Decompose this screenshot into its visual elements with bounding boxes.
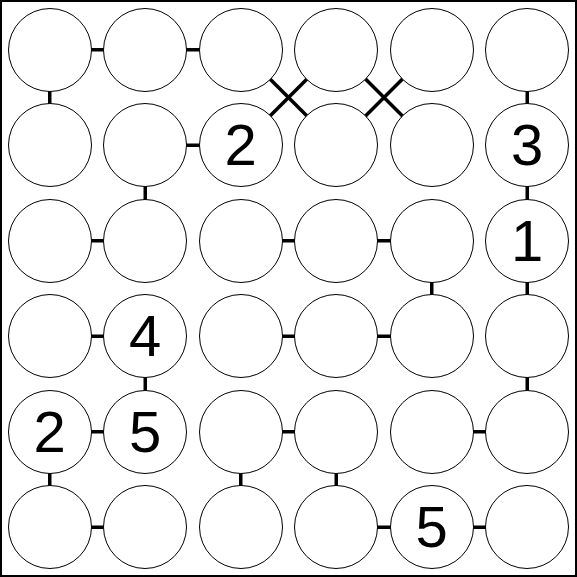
cell-circle <box>103 485 187 569</box>
cell-r2c3[interactable]: 2 <box>193 98 289 194</box>
cell-r4c4[interactable] <box>289 289 385 385</box>
cell-r5c4[interactable] <box>289 384 385 480</box>
given-digit: 3 <box>511 116 543 174</box>
cell-r1c4[interactable] <box>289 2 385 98</box>
cell-circle <box>294 294 378 378</box>
cell-r3c6[interactable]: 1 <box>480 193 576 289</box>
cell-r5c2[interactable]: 5 <box>98 384 194 480</box>
cell-circle <box>199 485 283 569</box>
cell-r3c2[interactable] <box>98 193 194 289</box>
cell-r4c5[interactable] <box>384 289 480 385</box>
cell-circle <box>294 390 378 474</box>
given-digit: 5 <box>129 403 161 461</box>
cell-r1c5[interactable] <box>384 2 480 98</box>
cell-circle <box>390 390 474 474</box>
cell-circle: 3 <box>485 103 569 187</box>
cell-circle <box>485 390 569 474</box>
cell-r4c3[interactable] <box>193 289 289 385</box>
cell-circle <box>294 485 378 569</box>
cell-circle: 2 <box>199 103 283 187</box>
cell-r4c2[interactable]: 4 <box>98 289 194 385</box>
cell-r2c6[interactable]: 3 <box>480 98 576 194</box>
given-digit: 1 <box>511 212 543 270</box>
cell-circle <box>199 199 283 283</box>
cell-circle <box>390 103 474 187</box>
cell-r1c1[interactable] <box>2 2 98 98</box>
cell-circle <box>390 199 474 283</box>
cell-circle: 5 <box>103 390 187 474</box>
cell-r2c4[interactable] <box>289 98 385 194</box>
cell-r6c3[interactable] <box>193 480 289 576</box>
cell-circle <box>103 103 187 187</box>
cell-circle <box>8 8 92 92</box>
cell-circle <box>390 8 474 92</box>
cell-r5c1[interactable]: 2 <box>2 384 98 480</box>
cell-circle <box>485 485 569 569</box>
given-digit: 2 <box>34 403 66 461</box>
cell-r3c4[interactable] <box>289 193 385 289</box>
cell-r5c3[interactable] <box>193 384 289 480</box>
cell-circle <box>103 199 187 283</box>
cell-circle <box>199 294 283 378</box>
cell-r6c6[interactable] <box>480 480 576 576</box>
cell-circle <box>294 8 378 92</box>
cell-r3c3[interactable] <box>193 193 289 289</box>
cell-r6c2[interactable] <box>98 480 194 576</box>
cell-r2c1[interactable] <box>2 98 98 194</box>
cell-r1c2[interactable] <box>98 2 194 98</box>
cell-circle: 1 <box>485 199 569 283</box>
cell-circle <box>294 103 378 187</box>
given-digit: 5 <box>416 498 448 556</box>
puzzle-grid: 2314255 <box>2 2 575 575</box>
cell-r4c6[interactable] <box>480 289 576 385</box>
cell-r2c5[interactable] <box>384 98 480 194</box>
cell-circle <box>8 294 92 378</box>
cell-circle <box>485 8 569 92</box>
given-digit: 4 <box>129 307 161 365</box>
cell-r4c1[interactable] <box>2 289 98 385</box>
cell-r5c6[interactable] <box>480 384 576 480</box>
cell-r5c5[interactable] <box>384 384 480 480</box>
cell-circle <box>485 294 569 378</box>
cell-circle: 5 <box>390 485 474 569</box>
cell-circle <box>199 8 283 92</box>
cell-circle: 2 <box>8 390 92 474</box>
given-digit: 2 <box>225 116 257 174</box>
strimko-board: 2314255 <box>0 0 577 577</box>
cell-circle: 4 <box>103 294 187 378</box>
cell-circle <box>294 199 378 283</box>
cell-r1c3[interactable] <box>193 2 289 98</box>
cell-r6c5[interactable]: 5 <box>384 480 480 576</box>
cell-r6c1[interactable] <box>2 480 98 576</box>
cell-circle <box>390 294 474 378</box>
cell-circle <box>8 103 92 187</box>
cell-circle <box>8 485 92 569</box>
cell-r3c5[interactable] <box>384 193 480 289</box>
cell-r3c1[interactable] <box>2 193 98 289</box>
cell-circle <box>103 8 187 92</box>
cell-r2c2[interactable] <box>98 98 194 194</box>
cell-circle <box>199 390 283 474</box>
cell-r6c4[interactable] <box>289 480 385 576</box>
cell-circle <box>8 199 92 283</box>
cell-r1c6[interactable] <box>480 2 576 98</box>
